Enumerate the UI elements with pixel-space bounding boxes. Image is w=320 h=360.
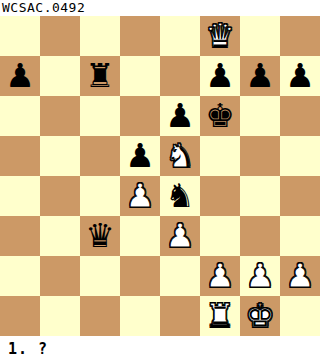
black-pawn[interactable]: ♟ <box>165 96 195 136</box>
square-d5[interactable]: ♟ <box>120 136 160 176</box>
square-f4[interactable] <box>200 176 240 216</box>
move-prompt: 1. ? <box>0 336 320 360</box>
square-f6[interactable]: ♚ <box>200 96 240 136</box>
square-d8[interactable] <box>120 16 160 56</box>
square-a7[interactable]: ♟ <box>0 56 40 96</box>
square-g1[interactable]: ♚ <box>240 296 280 336</box>
black-knight[interactable]: ♞ <box>165 176 195 216</box>
square-h1[interactable] <box>280 296 320 336</box>
square-a6[interactable] <box>0 96 40 136</box>
square-c3[interactable]: ♛ <box>80 216 120 256</box>
black-pawn[interactable]: ♟ <box>285 56 315 96</box>
square-f1[interactable]: ♜ <box>200 296 240 336</box>
square-h7[interactable]: ♟ <box>280 56 320 96</box>
puzzle-title: WCSAC.0492 <box>0 0 320 16</box>
square-f7[interactable]: ♟ <box>200 56 240 96</box>
square-b8[interactable] <box>40 16 80 56</box>
black-queen[interactable]: ♛ <box>85 216 115 256</box>
square-c6[interactable] <box>80 96 120 136</box>
square-d2[interactable] <box>120 256 160 296</box>
square-c5[interactable] <box>80 136 120 176</box>
square-g3[interactable] <box>240 216 280 256</box>
square-e5[interactable]: ♞ <box>160 136 200 176</box>
white-pawn[interactable]: ♟ <box>165 216 195 256</box>
white-pawn[interactable]: ♟ <box>245 256 275 296</box>
square-f5[interactable] <box>200 136 240 176</box>
square-d6[interactable] <box>120 96 160 136</box>
black-king[interactable]: ♚ <box>205 96 235 136</box>
square-b1[interactable] <box>40 296 80 336</box>
square-h4[interactable] <box>280 176 320 216</box>
square-d3[interactable] <box>120 216 160 256</box>
square-b6[interactable] <box>40 96 80 136</box>
black-rook[interactable]: ♜ <box>85 56 115 96</box>
square-b7[interactable] <box>40 56 80 96</box>
square-h8[interactable] <box>280 16 320 56</box>
square-c7[interactable]: ♜ <box>80 56 120 96</box>
square-a4[interactable] <box>0 176 40 216</box>
white-knight[interactable]: ♞ <box>165 136 195 176</box>
chess-puzzle-window: WCSAC.0492 ♛♟♜♟♟♟♟♚♟♞♟♞♛♟♟♟♟♜♚ 1. ? <box>0 0 320 360</box>
square-e6[interactable]: ♟ <box>160 96 200 136</box>
square-e2[interactable] <box>160 256 200 296</box>
black-pawn[interactable]: ♟ <box>205 56 235 96</box>
square-h5[interactable] <box>280 136 320 176</box>
square-a8[interactable] <box>0 16 40 56</box>
square-d4[interactable]: ♟ <box>120 176 160 216</box>
square-d1[interactable] <box>120 296 160 336</box>
square-h3[interactable] <box>280 216 320 256</box>
square-a3[interactable] <box>0 216 40 256</box>
square-b4[interactable] <box>40 176 80 216</box>
black-pawn[interactable]: ♟ <box>125 136 155 176</box>
white-pawn[interactable]: ♟ <box>285 256 315 296</box>
white-pawn[interactable]: ♟ <box>205 256 235 296</box>
square-f2[interactable]: ♟ <box>200 256 240 296</box>
square-g4[interactable] <box>240 176 280 216</box>
square-f8[interactable]: ♛ <box>200 16 240 56</box>
square-c4[interactable] <box>80 176 120 216</box>
square-e8[interactable] <box>160 16 200 56</box>
white-king[interactable]: ♚ <box>245 296 275 336</box>
square-h6[interactable] <box>280 96 320 136</box>
white-queen[interactable]: ♛ <box>205 16 235 56</box>
square-g7[interactable]: ♟ <box>240 56 280 96</box>
square-c8[interactable] <box>80 16 120 56</box>
square-a1[interactable] <box>0 296 40 336</box>
square-g5[interactable] <box>240 136 280 176</box>
square-f3[interactable] <box>200 216 240 256</box>
black-pawn[interactable]: ♟ <box>245 56 275 96</box>
square-c1[interactable] <box>80 296 120 336</box>
square-c2[interactable] <box>80 256 120 296</box>
black-pawn[interactable]: ♟ <box>5 56 35 96</box>
square-e7[interactable] <box>160 56 200 96</box>
square-g2[interactable]: ♟ <box>240 256 280 296</box>
square-a5[interactable] <box>0 136 40 176</box>
square-e4[interactable]: ♞ <box>160 176 200 216</box>
chess-board: ♛♟♜♟♟♟♟♚♟♞♟♞♛♟♟♟♟♜♚ <box>0 16 320 336</box>
square-b3[interactable] <box>40 216 80 256</box>
white-rook[interactable]: ♜ <box>205 296 235 336</box>
square-a2[interactable] <box>0 256 40 296</box>
square-g8[interactable] <box>240 16 280 56</box>
square-d7[interactable] <box>120 56 160 96</box>
white-pawn[interactable]: ♟ <box>125 176 155 216</box>
square-b2[interactable] <box>40 256 80 296</box>
square-g6[interactable] <box>240 96 280 136</box>
square-e1[interactable] <box>160 296 200 336</box>
square-b5[interactable] <box>40 136 80 176</box>
square-h2[interactable]: ♟ <box>280 256 320 296</box>
square-e3[interactable]: ♟ <box>160 216 200 256</box>
